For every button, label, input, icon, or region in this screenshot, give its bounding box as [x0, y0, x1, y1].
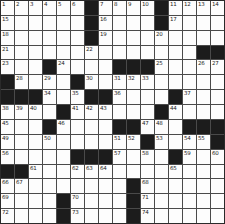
clue-number-73: 73 — [72, 209, 78, 215]
cell-r9-c7[interactable] — [85, 120, 98, 134]
black-cell-r4-c15 — [197, 46, 210, 60]
black-cell-r5-c9 — [113, 60, 126, 74]
black-cell-r15-c10 — [127, 209, 140, 223]
cell-r2-c6[interactable] — [71, 16, 84, 30]
cell-r13-c4[interactable] — [43, 179, 56, 193]
cell-r1-c16[interactable]: 14 — [211, 1, 224, 15]
clue-number-64: 64 — [100, 165, 106, 171]
cell-r8-c11[interactable] — [141, 105, 154, 119]
cell-r4-c4[interactable] — [43, 46, 56, 60]
clue-number-26: 26 — [198, 60, 204, 66]
cell-r5-c12[interactable]: 25 — [155, 60, 168, 74]
black-cell-r2-c7 — [85, 16, 98, 30]
black-cell-r2-c12 — [155, 16, 168, 30]
black-cell-r5-c11 — [141, 60, 154, 74]
clue-number-56: 56 — [2, 150, 8, 156]
cell-r6-c2[interactable]: 28 — [15, 75, 28, 89]
cell-r10-c6[interactable] — [71, 135, 84, 149]
cell-r12-c12[interactable] — [155, 165, 168, 179]
cell-r7-c4[interactable]: 34 — [43, 90, 56, 104]
cell-r1-c6[interactable]: 6 — [71, 1, 84, 15]
cell-r14-c6[interactable]: 70 — [71, 194, 84, 208]
cell-r9-c13[interactable] — [169, 120, 182, 134]
cell-r11-c14[interactable]: 59 — [183, 150, 196, 164]
cell-r8-c9[interactable] — [113, 105, 126, 119]
cell-r5-c1[interactable]: 23 — [1, 60, 14, 74]
black-cell-r6-c1 — [1, 75, 14, 89]
cell-r2-c4[interactable] — [43, 16, 56, 30]
clue-number-1: 1 — [2, 1, 5, 7]
cell-r10-c1[interactable]: 49 — [1, 135, 14, 149]
cell-r12-c15[interactable] — [197, 165, 210, 179]
cell-r4-c14[interactable] — [183, 46, 196, 60]
cell-r3-c4[interactable] — [43, 31, 56, 45]
cell-r14-c1[interactable]: 69 — [1, 194, 14, 208]
cell-r6-c13[interactable] — [169, 75, 182, 89]
cell-r3-c9[interactable] — [113, 31, 126, 45]
cell-r8-c6[interactable]: 41 — [71, 105, 84, 119]
cell-r2-c16[interactable] — [211, 16, 224, 30]
clue-number-66: 66 — [2, 179, 8, 185]
cell-r1-c11[interactable]: 10 — [141, 1, 154, 15]
cell-r2-c1[interactable]: 15 — [1, 16, 14, 30]
cell-r8-c2[interactable]: 39 — [15, 105, 28, 119]
cell-r6-c9[interactable]: 31 — [113, 75, 126, 89]
cell-r2-c13[interactable]: 17 — [169, 16, 182, 30]
clue-number-36: 36 — [114, 90, 120, 96]
cell-r10-c10[interactable]: 52 — [127, 135, 140, 149]
cell-r11-c1[interactable]: 56 — [1, 150, 14, 164]
cell-r7-c5[interactable] — [57, 90, 70, 104]
cell-r8-c4[interactable] — [43, 105, 56, 119]
cell-r4-c13[interactable] — [169, 46, 182, 60]
black-cell-r7-c8 — [99, 90, 112, 104]
cell-r6-c16[interactable] — [211, 75, 224, 89]
clue-number-48: 48 — [156, 120, 162, 126]
cell-r4-c10[interactable] — [127, 46, 140, 60]
cell-r10-c2[interactable] — [15, 135, 28, 149]
cell-r1-c10[interactable]: 9 — [127, 1, 140, 15]
cell-r6-c12[interactable] — [155, 75, 168, 89]
cell-r4-c7[interactable]: 22 — [85, 46, 98, 60]
cell-r13-c1[interactable]: 66 — [1, 179, 14, 193]
black-cell-r6-c6 — [71, 75, 84, 89]
cell-r9-c5[interactable]: 46 — [57, 120, 70, 134]
cell-r8-c13[interactable]: 44 — [169, 105, 182, 119]
cell-r14-c9[interactable] — [113, 194, 126, 208]
clue-number-7: 7 — [100, 1, 103, 7]
clue-number-68: 68 — [142, 179, 148, 185]
cell-r10-c9[interactable]: 51 — [113, 135, 126, 149]
clue-number-67: 67 — [16, 179, 22, 185]
cell-r4-c9[interactable] — [113, 46, 126, 60]
cell-r4-c11[interactable] — [141, 46, 154, 60]
cell-r3-c15[interactable] — [197, 31, 210, 45]
cell-r12-c8[interactable]: 64 — [99, 165, 112, 179]
cell-r9-c8[interactable] — [99, 120, 112, 134]
clue-number-18: 18 — [2, 31, 8, 37]
clue-number-43: 43 — [100, 105, 106, 111]
black-cell-r9-c16 — [211, 120, 224, 134]
cell-r12-c14[interactable] — [183, 165, 196, 179]
black-cell-r13-c10 — [127, 179, 140, 193]
black-cell-r5-c4 — [43, 60, 56, 74]
cell-r14-c3[interactable] — [29, 194, 42, 208]
clue-number-52: 52 — [128, 135, 134, 141]
cell-r8-c3[interactable]: 40 — [29, 105, 42, 119]
clue-number-41: 41 — [72, 105, 78, 111]
cell-r15-c1[interactable]: 72 — [1, 209, 14, 223]
cell-r15-c14[interactable] — [183, 209, 196, 223]
clue-number-33: 33 — [142, 75, 148, 81]
cell-r5-c2[interactable] — [15, 60, 28, 74]
clue-number-35: 35 — [72, 90, 78, 96]
cell-r6-c14[interactable] — [183, 75, 196, 89]
cell-r6-c8[interactable] — [99, 75, 112, 89]
clue-number-28: 28 — [16, 75, 22, 81]
cell-r8-c7[interactable]: 42 — [85, 105, 98, 119]
cell-r13-c9[interactable] — [113, 179, 126, 193]
black-cell-r14-c5 — [57, 194, 70, 208]
clue-number-62: 62 — [72, 165, 78, 171]
clue-number-31: 31 — [114, 75, 120, 81]
cell-r7-c15[interactable] — [197, 90, 210, 104]
clue-number-19: 19 — [100, 31, 106, 37]
cell-r6-c11[interactable]: 33 — [141, 75, 154, 89]
black-cell-r9-c4 — [43, 120, 56, 134]
cell-r6-c10[interactable]: 32 — [127, 75, 140, 89]
cell-r5-c3[interactable] — [29, 60, 42, 74]
cell-r3-c13[interactable] — [169, 31, 182, 45]
cell-r1-c9[interactable]: 8 — [113, 1, 126, 15]
cell-r14-c7[interactable] — [85, 194, 98, 208]
clue-number-44: 44 — [170, 105, 176, 111]
clue-number-21: 21 — [2, 46, 8, 52]
clue-number-40: 40 — [30, 105, 36, 111]
cell-r12-c9[interactable] — [113, 165, 126, 179]
cell-r5-c14[interactable] — [183, 60, 196, 74]
cell-r15-c2[interactable] — [15, 209, 28, 223]
black-cell-r8-c12 — [155, 105, 168, 119]
clue-number-32: 32 — [128, 75, 134, 81]
clue-number-23: 23 — [2, 60, 8, 66]
black-cell-r1-c12 — [155, 1, 168, 15]
cell-r1-c14[interactable]: 12 — [183, 1, 196, 15]
cell-r10-c12[interactable]: 53 — [155, 135, 168, 149]
cell-r8-c8[interactable]: 43 — [99, 105, 112, 119]
cell-r4-c8[interactable] — [99, 46, 112, 60]
cell-r1-c4[interactable]: 4 — [43, 1, 56, 15]
clue-number-11: 11 — [170, 1, 176, 7]
cell-r7-c9[interactable]: 36 — [113, 90, 126, 104]
black-cell-r11-c6 — [71, 150, 84, 164]
clue-number-65: 65 — [170, 165, 176, 171]
cell-r15-c11[interactable]: 74 — [141, 209, 154, 223]
clue-number-71: 71 — [142, 194, 148, 200]
clue-number-54: 54 — [184, 135, 190, 141]
black-cell-r7-c2 — [15, 90, 28, 104]
clue-number-45: 45 — [2, 120, 8, 126]
cell-r9-c1[interactable]: 45 — [1, 120, 14, 134]
cell-r5-c13[interactable] — [169, 60, 182, 74]
clue-number-51: 51 — [114, 135, 120, 141]
cell-r4-c12[interactable] — [155, 46, 168, 60]
cell-r2-c15[interactable] — [197, 16, 210, 30]
cell-r6-c5[interactable] — [57, 75, 70, 89]
black-cell-r3-c7 — [85, 31, 98, 45]
black-cell-r11-c13 — [169, 150, 182, 164]
cell-r3-c16[interactable] — [211, 31, 224, 45]
cell-r10-c5[interactable] — [57, 135, 70, 149]
clue-number-22: 22 — [86, 46, 92, 52]
clue-number-30: 30 — [86, 75, 92, 81]
cell-r15-c9[interactable] — [113, 209, 126, 223]
cell-r11-c12[interactable] — [155, 150, 168, 164]
clue-number-37: 37 — [184, 90, 190, 96]
clue-number-42: 42 — [86, 105, 92, 111]
cell-r1-c2[interactable]: 2 — [15, 1, 28, 15]
clue-number-53: 53 — [156, 135, 162, 141]
cell-r7-c14[interactable]: 37 — [183, 90, 196, 104]
clue-number-4: 4 — [44, 1, 47, 7]
cell-r10-c3[interactable] — [29, 135, 42, 149]
cell-r8-c1[interactable]: 38 — [1, 105, 14, 119]
cell-r12-c6[interactable]: 62 — [71, 165, 84, 179]
cell-r14-c2[interactable] — [15, 194, 28, 208]
cell-r1-c1[interactable]: 1 — [1, 1, 14, 15]
cell-r8-c15[interactable] — [197, 105, 210, 119]
clue-number-57: 57 — [114, 150, 120, 156]
cell-r4-c5[interactable] — [57, 46, 70, 60]
cell-r1-c5[interactable]: 5 — [57, 1, 70, 15]
black-cell-r15-c5 — [57, 209, 70, 223]
cell-r13-c11[interactable]: 68 — [141, 179, 154, 193]
cell-r3-c8[interactable]: 19 — [99, 31, 112, 45]
cell-r12-c3[interactable]: 61 — [29, 165, 42, 179]
cell-r5-c8[interactable] — [99, 60, 112, 74]
cell-r13-c12[interactable] — [155, 179, 168, 193]
clue-number-39: 39 — [16, 105, 22, 111]
cell-r11-c16[interactable]: 60 — [211, 150, 224, 164]
cell-r3-c2[interactable] — [15, 31, 28, 45]
cell-r15-c3[interactable] — [29, 209, 42, 223]
clue-number-46: 46 — [58, 120, 64, 126]
clue-number-59: 59 — [184, 150, 190, 156]
cell-r9-c3[interactable] — [29, 120, 42, 134]
black-cell-r10-c11 — [141, 135, 154, 149]
black-cell-r1-c7 — [85, 1, 98, 15]
cell-r8-c16[interactable] — [211, 105, 224, 119]
cell-r12-c4[interactable] — [43, 165, 56, 179]
cell-r12-c7[interactable]: 63 — [85, 165, 98, 179]
clue-number-38: 38 — [2, 105, 8, 111]
cell-r12-c11[interactable] — [141, 165, 154, 179]
cell-r3-c5[interactable] — [57, 31, 70, 45]
clue-number-5: 5 — [58, 1, 61, 7]
clue-number-16: 16 — [100, 16, 106, 22]
clue-number-20: 20 — [156, 31, 162, 37]
clue-number-9: 9 — [128, 1, 131, 7]
cell-r15-c16[interactable] — [211, 209, 224, 223]
cell-r13-c2[interactable]: 67 — [15, 179, 28, 193]
cell-r5-c16[interactable]: 27 — [211, 60, 224, 74]
cell-r11-c9[interactable]: 57 — [113, 150, 126, 164]
cell-r2-c5[interactable] — [57, 16, 70, 30]
cell-r9-c6[interactable] — [71, 120, 84, 134]
cell-r15-c8[interactable] — [99, 209, 112, 223]
cell-r3-c3[interactable] — [29, 31, 42, 45]
cell-r6-c3[interactable] — [29, 75, 42, 89]
clue-number-60: 60 — [212, 150, 218, 156]
clue-number-14: 14 — [212, 1, 218, 7]
cell-r12-c13[interactable]: 65 — [169, 165, 182, 179]
cell-r3-c6[interactable] — [71, 31, 84, 45]
cell-r5-c5[interactable]: 24 — [57, 60, 70, 74]
clue-number-15: 15 — [2, 16, 8, 22]
cell-r10-c4[interactable]: 50 — [43, 135, 56, 149]
cell-r1-c3[interactable]: 3 — [29, 1, 42, 15]
cell-r12-c10[interactable] — [127, 165, 140, 179]
cell-r12-c5[interactable] — [57, 165, 70, 179]
cell-r11-c5[interactable] — [57, 150, 70, 164]
cell-r14-c13[interactable] — [169, 194, 182, 208]
cell-r11-c10[interactable] — [127, 150, 140, 164]
cell-r3-c12[interactable]: 20 — [155, 31, 168, 45]
cell-r10-c15[interactable]: 55 — [197, 135, 210, 149]
cell-r3-c1[interactable]: 18 — [1, 31, 14, 45]
cell-r5-c15[interactable]: 26 — [197, 60, 210, 74]
cell-r11-c15[interactable] — [197, 150, 210, 164]
black-cell-r7-c7 — [85, 90, 98, 104]
cell-r7-c11[interactable] — [141, 90, 154, 104]
cell-r14-c8[interactable] — [99, 194, 112, 208]
cell-r6-c7[interactable]: 30 — [85, 75, 98, 89]
cell-r7-c16[interactable] — [211, 90, 224, 104]
clue-number-34: 34 — [44, 90, 50, 96]
cell-r13-c14[interactable] — [183, 179, 196, 193]
cell-r2-c8[interactable]: 16 — [99, 16, 112, 30]
cell-r7-c6[interactable]: 35 — [71, 90, 84, 104]
cell-r9-c2[interactable] — [15, 120, 28, 134]
cell-r5-c6[interactable] — [71, 60, 84, 74]
cell-r11-c2[interactable] — [15, 150, 28, 164]
clue-number-74: 74 — [142, 209, 148, 215]
cell-r2-c14[interactable] — [183, 16, 196, 30]
cell-r11-c3[interactable] — [29, 150, 42, 164]
clue-number-10: 10 — [142, 1, 148, 7]
clue-number-12: 12 — [184, 1, 190, 7]
cell-r15-c12[interactable] — [155, 209, 168, 223]
cell-r2-c3[interactable] — [29, 16, 42, 30]
black-cell-r12-c2 — [15, 165, 28, 179]
clue-number-13: 13 — [198, 1, 204, 7]
cell-r1-c8[interactable]: 7 — [99, 1, 112, 15]
cell-r13-c6[interactable] — [71, 179, 84, 193]
cell-r6-c4[interactable]: 29 — [43, 75, 56, 89]
cell-r6-c15[interactable] — [197, 75, 210, 89]
cell-r15-c6[interactable]: 73 — [71, 209, 84, 223]
cell-r4-c2[interactable] — [15, 46, 28, 60]
clue-number-8: 8 — [114, 1, 117, 7]
clue-number-2: 2 — [16, 1, 19, 7]
cell-r13-c15[interactable] — [197, 179, 210, 193]
clue-number-17: 17 — [170, 16, 176, 22]
cell-r8-c10[interactable] — [127, 105, 140, 119]
cell-r14-c11[interactable]: 71 — [141, 194, 154, 208]
black-cell-r5-c10 — [127, 60, 140, 74]
clue-number-55: 55 — [198, 135, 204, 141]
cell-r1-c13[interactable]: 11 — [169, 1, 182, 15]
cell-r2-c11[interactable] — [141, 16, 154, 30]
clue-number-3: 3 — [30, 1, 33, 7]
clue-number-6: 6 — [72, 1, 75, 7]
cell-r7-c10[interactable] — [127, 90, 140, 104]
cell-r15-c7[interactable] — [85, 209, 98, 223]
clue-number-50: 50 — [44, 135, 50, 141]
cell-r13-c7[interactable] — [85, 179, 98, 193]
cell-r13-c13[interactable] — [169, 179, 182, 193]
cell-r14-c12[interactable] — [155, 194, 168, 208]
cell-r5-c7[interactable] — [85, 60, 98, 74]
cell-r15-c13[interactable] — [169, 209, 182, 223]
black-cell-r8-c5 — [57, 105, 70, 119]
cell-r12-c16[interactable] — [211, 165, 224, 179]
clue-number-69: 69 — [2, 194, 8, 200]
cell-r13-c16[interactable] — [211, 179, 224, 193]
clue-number-49: 49 — [2, 135, 8, 141]
cell-r1-c15[interactable]: 13 — [197, 1, 210, 15]
cell-r13-c5[interactable] — [57, 179, 70, 193]
cell-r10-c8[interactable] — [99, 135, 112, 149]
cell-r11-c11[interactable]: 58 — [141, 150, 154, 164]
cell-r4-c3[interactable] — [29, 46, 42, 60]
cell-r2-c10[interactable] — [127, 16, 140, 30]
cell-r4-c6[interactable] — [71, 46, 84, 60]
cell-r3-c10[interactable] — [127, 31, 140, 45]
cell-r8-c14[interactable] — [183, 105, 196, 119]
clue-number-27: 27 — [212, 60, 218, 66]
clue-number-70: 70 — [72, 194, 78, 200]
cell-r2-c9[interactable] — [113, 16, 126, 30]
cell-r14-c16[interactable] — [211, 194, 224, 208]
clue-number-63: 63 — [86, 165, 92, 171]
cell-r2-c2[interactable] — [15, 16, 28, 30]
cell-r13-c3[interactable] — [29, 179, 42, 193]
cell-r14-c15[interactable] — [197, 194, 210, 208]
black-cell-r9-c14 — [183, 120, 196, 134]
cell-r15-c15[interactable] — [197, 209, 210, 223]
black-cell-r14-c10 — [127, 194, 140, 208]
cell-r10-c13[interactable] — [169, 135, 182, 149]
cell-r3-c14[interactable] — [183, 31, 196, 45]
cell-r4-c1[interactable]: 21 — [1, 46, 14, 60]
cell-r9-c12[interactable]: 48 — [155, 120, 168, 134]
cell-r3-c11[interactable] — [141, 31, 154, 45]
cell-r11-c4[interactable] — [43, 150, 56, 164]
cell-r15-c4[interactable] — [43, 209, 56, 223]
cell-r7-c12[interactable] — [155, 90, 168, 104]
cell-r9-c11[interactable]: 47 — [141, 120, 154, 134]
cell-r10-c7[interactable] — [85, 135, 98, 149]
black-cell-r7-c13 — [169, 90, 182, 104]
black-cell-r9-c10 — [127, 120, 140, 134]
cell-r13-c8[interactable] — [99, 179, 112, 193]
cell-r14-c14[interactable] — [183, 194, 196, 208]
clue-number-61: 61 — [30, 165, 36, 171]
cell-r10-c14[interactable]: 54 — [183, 135, 196, 149]
black-cell-r10-c16 — [211, 135, 224, 149]
cell-r14-c4[interactable] — [43, 194, 56, 208]
